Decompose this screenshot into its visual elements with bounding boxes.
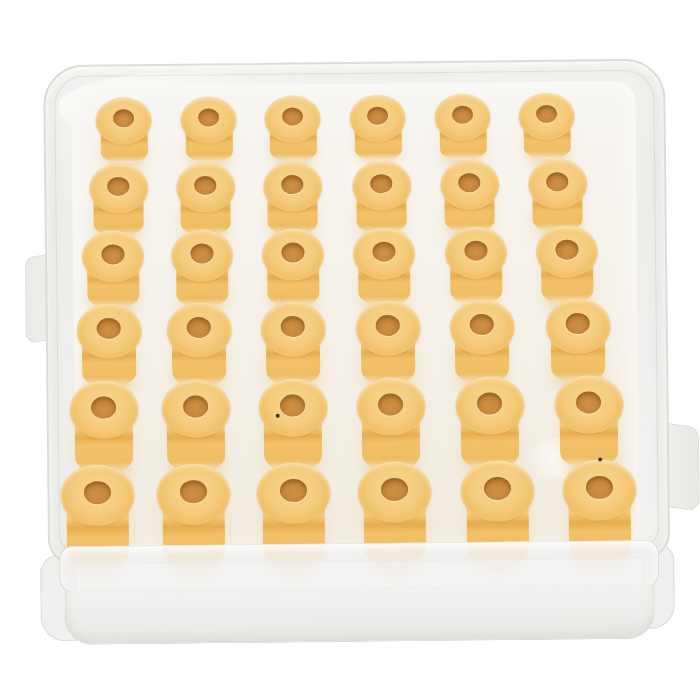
grommet-hole xyxy=(464,240,487,260)
grommet-hole xyxy=(113,109,134,127)
grommet-hole xyxy=(91,396,116,418)
grommet-body xyxy=(267,254,320,307)
grommet-body xyxy=(185,119,232,162)
grommet-hole xyxy=(470,314,494,335)
grommet-body xyxy=(450,252,503,305)
grommet-top-ring xyxy=(180,96,236,144)
grommet-hole xyxy=(281,175,303,194)
grommet-top-ring xyxy=(434,93,490,141)
grommet-body xyxy=(356,185,406,233)
grommet-hole xyxy=(367,107,388,125)
grommet-body xyxy=(444,184,494,232)
grommet-body xyxy=(75,409,134,474)
grommet-top-ring xyxy=(356,377,426,436)
grommet-hole xyxy=(281,316,305,337)
grommet-hole xyxy=(198,108,219,126)
grommet-hole xyxy=(194,176,216,195)
grommet-body xyxy=(532,184,582,232)
grommet-body xyxy=(354,117,401,160)
grommet-top-ring xyxy=(352,160,412,211)
grommet-body xyxy=(360,327,415,385)
grommet-body xyxy=(560,404,619,469)
grommet-top-ring xyxy=(69,380,139,439)
grommet-body xyxy=(267,186,317,234)
grommet-top-ring xyxy=(60,464,135,526)
grommet-body xyxy=(523,116,570,159)
grommet-hole xyxy=(555,240,578,260)
grommet-hole xyxy=(381,477,408,500)
grommet-top-ring xyxy=(449,299,515,355)
grommet-hole xyxy=(484,476,511,499)
grommet-top-ring xyxy=(357,461,432,523)
grommet-hole xyxy=(183,395,208,417)
grommet-body xyxy=(454,326,509,384)
grommet-body xyxy=(439,117,486,160)
grommet-body xyxy=(176,255,229,308)
grommet-body xyxy=(265,328,320,386)
dust-speck xyxy=(276,414,280,418)
grommet-hole xyxy=(97,318,121,339)
product-photo xyxy=(0,0,700,700)
grommet-top-ring xyxy=(166,302,232,358)
grommet-hole xyxy=(372,241,395,261)
grommet-hole xyxy=(566,313,590,334)
grommet-top-ring xyxy=(518,92,574,140)
grommet-hole xyxy=(187,317,211,338)
grommet-body xyxy=(461,405,520,470)
grommet-top-ring xyxy=(355,300,421,356)
grommet-body xyxy=(269,118,316,161)
grommet-hole xyxy=(370,174,392,193)
grommet-hole xyxy=(282,108,303,126)
grommet-body xyxy=(167,408,226,473)
grommet-hole xyxy=(376,315,400,336)
grommet-top-ring xyxy=(264,95,320,143)
grommet-hole xyxy=(280,394,305,416)
grommet-top-ring xyxy=(349,94,405,142)
grommet-top-ring xyxy=(554,375,624,434)
grommet-hole xyxy=(280,479,307,502)
grommet-hole xyxy=(84,481,111,504)
grommet-body xyxy=(358,253,411,306)
grommet-hole xyxy=(546,172,568,191)
grommet-hole xyxy=(576,391,601,413)
grommet-hole xyxy=(586,475,613,498)
grommet-top-ring xyxy=(76,303,142,359)
grommet-body xyxy=(93,188,143,236)
grommet-body xyxy=(171,329,226,387)
grommet-top-ring xyxy=(260,301,326,357)
grommet-body xyxy=(550,325,605,383)
grommet-top-ring xyxy=(528,159,588,210)
grommet-top-ring xyxy=(89,163,149,214)
grommet-top-ring xyxy=(263,161,323,212)
grommet-top-ring xyxy=(82,230,145,283)
grommet-hole xyxy=(101,244,124,264)
grommet-body xyxy=(180,187,230,235)
grommet-body xyxy=(87,256,140,309)
storage-box xyxy=(0,0,700,700)
grommet-top-ring xyxy=(256,462,331,524)
grommet-top-ring xyxy=(455,376,525,435)
grommet-top-ring xyxy=(440,159,500,210)
grommet-body xyxy=(362,406,421,471)
grommet-hole xyxy=(107,177,129,196)
grommet-body xyxy=(541,251,594,304)
grommet-body xyxy=(81,330,136,388)
grommet-top-ring xyxy=(562,459,637,521)
grommet-top-ring xyxy=(545,298,611,354)
grommet-top-ring xyxy=(536,225,599,278)
grommet-hole xyxy=(477,392,502,414)
dust-speck xyxy=(598,457,602,461)
grommet-body xyxy=(100,120,147,163)
grommet-top-ring xyxy=(258,378,328,437)
grommet-hole xyxy=(452,106,473,124)
grommet-hole xyxy=(378,393,403,415)
grommet-hole xyxy=(281,242,304,262)
grommet-top-ring xyxy=(262,228,325,281)
grommet-top-ring xyxy=(445,226,508,279)
grommet-top-ring xyxy=(176,162,236,213)
grommet-hole xyxy=(190,243,213,263)
grommet-hole xyxy=(180,480,207,503)
grommet-hole xyxy=(458,173,480,192)
box-base-front xyxy=(64,584,655,645)
grommet-top-ring xyxy=(161,379,231,438)
grommet-hole xyxy=(536,105,557,123)
grommet-top-ring xyxy=(460,460,535,522)
grommet-top-ring xyxy=(95,97,151,145)
grommet-top-ring xyxy=(171,229,234,282)
grommet-top-ring xyxy=(353,227,416,280)
grommet-body xyxy=(264,407,323,472)
grommet-top-ring xyxy=(156,463,231,525)
